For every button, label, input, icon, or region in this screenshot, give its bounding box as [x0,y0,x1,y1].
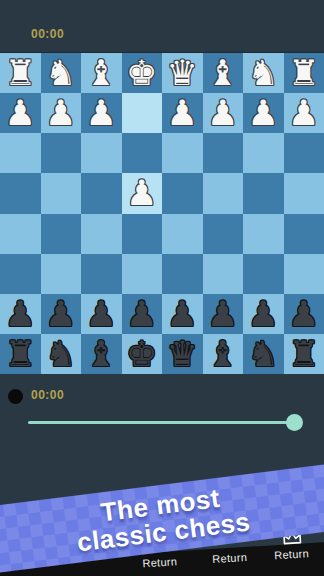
square-e3[interactable] [122,133,163,173]
piece-black-pawn[interactable]: ♟ [248,294,279,334]
square-g7[interactable]: ♟ [41,294,82,334]
square-h5[interactable] [0,214,41,254]
square-h7[interactable]: ♟ [0,294,41,334]
square-a2[interactable]: ♟ [284,93,324,133]
square-g6[interactable] [41,254,82,294]
square-a6[interactable] [284,254,324,294]
square-d3[interactable] [162,133,203,173]
square-b5[interactable] [243,214,284,254]
square-d5[interactable] [162,214,203,254]
square-c5[interactable] [203,214,244,254]
piece-black-rook[interactable]: ♜ [5,334,36,374]
return-button-2[interactable]: Return [212,551,247,565]
square-c2[interactable]: ♟ [203,93,244,133]
black-clock: 00:00 [31,388,64,402]
square-f8[interactable]: ♝ [81,334,122,374]
square-a3[interactable] [284,133,324,173]
square-c3[interactable] [203,133,244,173]
piece-white-king[interactable]: ♚ [126,53,157,93]
square-a1[interactable]: ♜ [284,53,324,93]
square-f4[interactable] [81,173,122,213]
piece-black-pawn[interactable]: ♟ [45,294,76,334]
piece-black-bishop[interactable]: ♝ [207,334,238,374]
chess-board[interactable]: ♜♞♝♚♛♝♞♜♟♟♟♟♟♟♟♟♟♟♟♟♟♟♟♟♜♞♝♚♛♝♞♜ [0,52,324,374]
piece-white-pawn[interactable]: ♟ [5,93,36,133]
square-c8[interactable]: ♝ [203,334,244,374]
square-h3[interactable] [0,133,41,173]
piece-black-bishop[interactable]: ♝ [86,334,117,374]
square-d4[interactable] [162,173,203,213]
square-a7[interactable]: ♟ [284,294,324,334]
square-c4[interactable] [203,173,244,213]
square-f1[interactable]: ♝ [81,53,122,93]
square-e5[interactable] [122,214,163,254]
piece-black-knight[interactable]: ♞ [45,334,76,374]
square-h4[interactable] [0,173,41,213]
square-g2[interactable]: ♟ [41,93,82,133]
piece-white-rook[interactable]: ♜ [5,53,36,93]
square-c7[interactable]: ♟ [203,294,244,334]
square-g1[interactable]: ♞ [41,53,82,93]
piece-white-pawn[interactable]: ♟ [207,93,238,133]
piece-white-pawn[interactable]: ♟ [248,93,279,133]
chess-app-screen: 00:00 ♜♞♝♚♛♝♞♜♟♟♟♟♟♟♟♟♟♟♟♟♟♟♟♟♜♞♝♚♛♝♞♜ 0… [0,0,324,576]
square-f5[interactable] [81,214,122,254]
square-e7[interactable]: ♟ [122,294,163,334]
square-e1[interactable]: ♚ [122,53,163,93]
square-d6[interactable] [162,254,203,294]
square-d1[interactable]: ♛ [162,53,203,93]
piece-white-pawn[interactable]: ♟ [86,93,117,133]
piece-black-pawn[interactable]: ♟ [86,294,117,334]
piece-black-pawn[interactable]: ♟ [207,294,238,334]
piece-white-queen[interactable]: ♛ [167,53,198,93]
square-f3[interactable] [81,133,122,173]
white-clock: 00:00 [31,27,64,41]
piece-black-pawn[interactable]: ♟ [5,294,36,334]
piece-white-rook[interactable]: ♜ [288,53,319,93]
square-e2[interactable] [122,93,163,133]
black-player-icon [8,389,23,404]
piece-white-bishop[interactable]: ♝ [86,53,117,93]
square-e6[interactable] [122,254,163,294]
square-a4[interactable] [284,173,324,213]
square-e8[interactable]: ♚ [122,334,163,374]
square-b4[interactable] [243,173,284,213]
square-d8[interactable]: ♛ [162,334,203,374]
square-a8[interactable]: ♜ [284,334,324,374]
piece-white-bishop[interactable]: ♝ [207,53,238,93]
piece-black-rook[interactable]: ♜ [288,334,319,374]
square-h2[interactable]: ♟ [0,93,41,133]
piece-black-pawn[interactable]: ♟ [167,294,198,334]
return-button-1[interactable]: Return [142,555,177,569]
square-b2[interactable]: ♟ [243,93,284,133]
square-f2[interactable]: ♟ [81,93,122,133]
piece-black-pawn[interactable]: ♟ [126,294,157,334]
square-h6[interactable] [0,254,41,294]
square-h1[interactable]: ♜ [0,53,41,93]
square-b7[interactable]: ♟ [243,294,284,334]
square-f6[interactable] [81,254,122,294]
square-g3[interactable] [41,133,82,173]
square-b8[interactable]: ♞ [243,334,284,374]
square-b3[interactable] [243,133,284,173]
square-d2[interactable]: ♟ [162,93,203,133]
square-d7[interactable]: ♟ [162,294,203,334]
square-b1[interactable]: ♞ [243,53,284,93]
piece-black-knight[interactable]: ♞ [248,334,279,374]
square-g8[interactable]: ♞ [41,334,82,374]
square-f7[interactable]: ♟ [81,294,122,334]
piece-white-knight[interactable]: ♞ [248,53,279,93]
piece-white-pawn[interactable]: ♟ [45,93,76,133]
square-b6[interactable] [243,254,284,294]
piece-white-pawn[interactable]: ♟ [167,93,198,133]
slider-track[interactable] [28,421,294,424]
return-button-3[interactable]: Return [274,547,309,561]
square-a5[interactable] [284,214,324,254]
piece-white-pawn[interactable]: ♟ [126,173,157,213]
square-c6[interactable] [203,254,244,294]
piece-black-queen[interactable]: ♛ [167,334,198,374]
piece-black-pawn[interactable]: ♟ [288,294,319,334]
square-c1[interactable]: ♝ [203,53,244,93]
square-e4[interactable]: ♟ [122,173,163,213]
piece-black-king[interactable]: ♚ [126,334,157,374]
piece-white-knight[interactable]: ♞ [45,53,76,93]
slider-handle[interactable] [286,414,303,431]
square-g4[interactable] [41,173,82,213]
square-g5[interactable] [41,214,82,254]
square-h8[interactable]: ♜ [0,334,41,374]
piece-white-pawn[interactable]: ♟ [288,93,319,133]
